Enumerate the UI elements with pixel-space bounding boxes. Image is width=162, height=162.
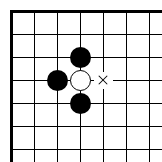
board-point (69, 92, 92, 115)
board-point (46, 69, 69, 92)
stones-grid (0, 0, 161, 161)
board-point (69, 69, 92, 92)
board-point (69, 46, 92, 69)
black-stone (70, 93, 91, 114)
black-stone (70, 47, 91, 68)
black-stone (47, 70, 68, 91)
white-stone (70, 70, 91, 91)
liberty-marker-x-icon (94, 72, 113, 89)
board-point (92, 69, 115, 92)
go-board-diagram (0, 0, 162, 162)
